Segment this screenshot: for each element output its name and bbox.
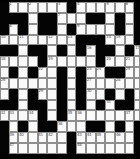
white-cell[interactable] xyxy=(76,56,86,67)
black-cell xyxy=(9,67,19,78)
clue-number: 26 xyxy=(1,78,6,82)
white-cell[interactable] xyxy=(125,35,135,46)
black-cell xyxy=(115,67,125,78)
black-cell xyxy=(76,78,86,89)
black-cell xyxy=(0,45,9,56)
black-cell xyxy=(0,143,9,154)
clue-number: 43 xyxy=(77,133,82,137)
black-cell xyxy=(76,67,86,78)
white-cell[interactable]: 13 xyxy=(67,35,77,46)
white-cell[interactable] xyxy=(28,56,38,67)
white-cell[interactable]: 34 xyxy=(28,110,38,121)
black-cell xyxy=(9,13,19,24)
clue-number: 9 xyxy=(77,24,79,28)
black-cell xyxy=(134,24,139,35)
white-cell[interactable]: 2 xyxy=(28,2,38,13)
white-cell[interactable]: 5 xyxy=(105,2,115,13)
black-cell xyxy=(0,121,9,132)
white-cell[interactable]: 42 xyxy=(47,132,57,143)
clue-number: 25 xyxy=(126,67,131,71)
clue-number: 10 xyxy=(1,35,6,39)
black-cell xyxy=(105,45,115,56)
white-cell[interactable] xyxy=(57,24,67,35)
white-cell[interactable] xyxy=(76,13,86,24)
white-cell[interactable] xyxy=(9,78,19,89)
white-cell[interactable]: 46 xyxy=(115,132,125,143)
white-cell[interactable] xyxy=(86,100,96,111)
white-cell[interactable]: 12 xyxy=(47,35,57,46)
black-cell xyxy=(115,13,125,24)
black-cell xyxy=(115,100,125,111)
black-cell xyxy=(9,89,19,100)
crossword-grid: 1234567891011121314151617181920212223242… xyxy=(0,2,140,154)
white-cell[interactable] xyxy=(134,110,139,121)
clue-number: 1 xyxy=(9,2,11,6)
white-cell[interactable] xyxy=(18,100,28,111)
white-cell[interactable] xyxy=(86,2,96,13)
black-cell xyxy=(86,13,96,24)
black-cell xyxy=(0,132,9,143)
clue-number: 23 xyxy=(87,67,92,71)
clue-number: 41 xyxy=(38,133,43,137)
black-cell xyxy=(57,110,67,121)
white-cell[interactable] xyxy=(18,143,28,154)
white-cell[interactable]: 37 xyxy=(125,110,135,121)
clue-number: 18 xyxy=(1,57,6,61)
black-cell xyxy=(38,110,48,121)
clue-number: 39 xyxy=(9,133,14,137)
clue-number: 48 xyxy=(77,143,82,147)
white-cell[interactable] xyxy=(47,45,57,56)
white-cell[interactable] xyxy=(67,78,77,89)
white-cell[interactable]: 22 xyxy=(38,67,48,78)
white-cell[interactable] xyxy=(134,89,139,100)
black-cell xyxy=(76,45,86,56)
white-cell[interactable] xyxy=(18,89,28,100)
black-cell xyxy=(96,121,106,132)
black-cell xyxy=(96,13,106,24)
white-cell[interactable] xyxy=(105,13,115,24)
white-cell[interactable] xyxy=(125,24,135,35)
white-cell[interactable] xyxy=(28,121,38,132)
clue-number: 42 xyxy=(48,133,53,137)
white-cell[interactable]: 29 xyxy=(38,89,48,100)
clue-number: 14 xyxy=(106,35,111,39)
black-cell xyxy=(134,143,139,154)
black-cell xyxy=(38,24,48,35)
white-cell[interactable] xyxy=(86,143,96,154)
white-cell[interactable]: 38 xyxy=(57,121,67,132)
clue-number: 15 xyxy=(116,35,121,39)
black-cell xyxy=(105,89,115,100)
clue-number: 27 xyxy=(87,78,92,82)
white-cell[interactable] xyxy=(105,78,115,89)
white-cell[interactable]: 19 xyxy=(47,56,57,67)
black-cell xyxy=(76,35,86,46)
clue-number: 29 xyxy=(38,89,43,93)
black-cell xyxy=(115,121,125,132)
clue-number: 33 xyxy=(9,111,14,115)
white-cell[interactable] xyxy=(115,2,125,13)
white-cell[interactable] xyxy=(105,132,115,143)
clue-number: 20 xyxy=(106,57,111,61)
white-cell[interactable]: 41 xyxy=(38,132,48,143)
black-cell xyxy=(86,35,96,46)
white-cell[interactable]: 16 xyxy=(86,45,96,56)
clue-number: 35 xyxy=(67,111,72,115)
black-cell xyxy=(134,13,139,24)
white-cell[interactable] xyxy=(86,110,96,121)
white-cell[interactable] xyxy=(115,89,125,100)
white-cell[interactable] xyxy=(76,121,86,132)
white-cell[interactable] xyxy=(18,67,28,78)
white-cell[interactable] xyxy=(115,56,125,67)
clue-number: 40 xyxy=(19,133,24,137)
black-cell xyxy=(96,100,106,111)
clue-number: 4 xyxy=(77,2,79,6)
black-cell xyxy=(86,121,96,132)
clue-number: 47 xyxy=(9,143,14,147)
black-cell xyxy=(18,121,28,132)
clue-number: 34 xyxy=(29,111,34,115)
black-cell xyxy=(57,89,67,100)
black-cell xyxy=(28,67,38,78)
white-cell[interactable]: 24 xyxy=(96,67,106,78)
black-cell xyxy=(38,121,48,132)
clue-number: 19 xyxy=(48,57,53,61)
white-cell[interactable] xyxy=(18,110,28,121)
white-cell[interactable] xyxy=(96,78,106,89)
clue-number: 11 xyxy=(19,35,24,39)
black-cell xyxy=(38,13,48,24)
clue-number: 45 xyxy=(96,133,101,137)
black-cell xyxy=(57,67,67,78)
white-cell[interactable] xyxy=(67,121,77,132)
white-cell[interactable] xyxy=(0,67,9,78)
white-cell[interactable]: 8 xyxy=(9,24,19,35)
white-cell[interactable] xyxy=(18,56,28,67)
white-cell[interactable] xyxy=(125,132,135,143)
white-cell[interactable] xyxy=(28,13,38,24)
white-cell[interactable] xyxy=(67,67,77,78)
black-cell xyxy=(76,89,86,100)
white-cell[interactable]: 1 xyxy=(9,2,19,13)
black-cell xyxy=(67,143,77,154)
white-cell[interactable] xyxy=(134,67,139,78)
white-cell[interactable] xyxy=(38,78,48,89)
black-cell xyxy=(0,13,9,24)
clue-number: 8 xyxy=(9,24,11,28)
white-cell[interactable]: 47 xyxy=(9,143,19,154)
white-cell[interactable] xyxy=(125,78,135,89)
white-cell[interactable]: 40 xyxy=(18,132,28,143)
black-cell xyxy=(125,100,135,111)
black-cell xyxy=(18,24,28,35)
black-cell xyxy=(47,24,57,35)
white-cell[interactable] xyxy=(28,143,38,154)
white-cell[interactable] xyxy=(9,35,19,46)
clue-number: 21 xyxy=(126,57,131,61)
white-cell[interactable]: 9 xyxy=(76,24,86,35)
clue-number: 31 xyxy=(106,100,111,104)
white-cell[interactable]: 45 xyxy=(96,132,106,143)
white-cell[interactable] xyxy=(67,89,77,100)
black-cell xyxy=(76,100,86,111)
white-cell[interactable] xyxy=(86,56,96,67)
white-cell[interactable] xyxy=(9,56,19,67)
black-cell xyxy=(96,35,106,46)
clue-number: 13 xyxy=(67,35,72,39)
black-cell xyxy=(0,100,9,111)
black-cell xyxy=(47,13,57,24)
white-cell[interactable] xyxy=(47,143,57,154)
white-cell[interactable]: 32 xyxy=(0,110,9,121)
white-cell[interactable] xyxy=(67,100,77,111)
black-cell xyxy=(38,56,48,67)
white-cell[interactable] xyxy=(28,24,38,35)
clue-number: 24 xyxy=(96,67,101,71)
white-cell[interactable] xyxy=(105,24,115,35)
clue-number: 37 xyxy=(126,111,131,115)
white-cell[interactable] xyxy=(47,67,57,78)
clue-number: 7 xyxy=(58,13,60,17)
clue-number: 36 xyxy=(77,111,82,115)
white-cell[interactable]: 25 xyxy=(125,67,135,78)
black-cell xyxy=(67,24,77,35)
black-cell xyxy=(67,2,77,13)
black-cell xyxy=(115,24,125,35)
white-cell[interactable] xyxy=(96,110,106,121)
white-cell[interactable] xyxy=(47,78,57,89)
black-cell xyxy=(57,78,67,89)
white-cell[interactable] xyxy=(67,13,77,24)
white-cell[interactable] xyxy=(67,56,77,67)
clue-number: 46 xyxy=(116,133,121,137)
white-cell[interactable] xyxy=(105,110,115,121)
white-cell[interactable]: 20 xyxy=(105,56,115,67)
white-cell[interactable] xyxy=(57,132,67,143)
white-cell[interactable]: 36 xyxy=(76,110,86,121)
white-cell[interactable]: 17 xyxy=(134,45,139,56)
clue-number: 28 xyxy=(116,78,121,82)
white-cell[interactable]: 4 xyxy=(76,2,86,13)
white-cell[interactable]: 31 xyxy=(105,100,115,111)
black-cell xyxy=(28,100,38,111)
black-cell xyxy=(0,24,9,35)
white-cell[interactable]: 27 xyxy=(86,78,96,89)
white-cell[interactable]: 35 xyxy=(67,110,77,121)
white-cell[interactable]: 14 xyxy=(105,35,115,46)
clue-number: 5 xyxy=(106,2,108,6)
white-cell[interactable] xyxy=(134,78,139,89)
clue-number: 12 xyxy=(48,35,53,39)
white-cell[interactable] xyxy=(38,143,48,154)
black-cell xyxy=(134,35,139,46)
white-cell[interactable] xyxy=(125,143,135,154)
white-cell[interactable] xyxy=(47,89,57,100)
white-cell[interactable] xyxy=(67,45,77,56)
white-cell[interactable]: 39 xyxy=(9,132,19,143)
white-cell[interactable] xyxy=(18,78,28,89)
white-cell[interactable] xyxy=(28,132,38,143)
clue-number: 44 xyxy=(87,133,92,137)
white-cell[interactable]: 7 xyxy=(57,13,67,24)
white-cell[interactable]: 18 xyxy=(0,56,9,67)
black-cell xyxy=(134,132,139,143)
black-cell xyxy=(96,56,106,67)
white-cell[interactable]: 6 xyxy=(125,2,135,13)
white-cell[interactable] xyxy=(96,24,106,35)
black-cell xyxy=(96,45,106,56)
white-cell[interactable]: 11 xyxy=(18,35,28,46)
black-cell xyxy=(38,45,48,56)
clue-number: 16 xyxy=(87,46,92,50)
black-cell xyxy=(9,100,19,111)
white-cell[interactable]: 28 xyxy=(115,78,125,89)
black-cell xyxy=(0,2,9,13)
white-cell[interactable] xyxy=(18,45,28,56)
white-cell[interactable] xyxy=(115,110,125,121)
black-cell xyxy=(18,13,28,24)
white-cell[interactable] xyxy=(96,143,106,154)
black-cell xyxy=(125,45,135,56)
clue-number: 32 xyxy=(1,111,6,115)
black-cell xyxy=(28,89,38,100)
black-cell xyxy=(9,45,19,56)
white-cell[interactable] xyxy=(38,2,48,13)
clue-number: 6 xyxy=(126,2,128,6)
white-cell[interactable]: 44 xyxy=(86,132,96,143)
white-cell[interactable] xyxy=(57,56,67,67)
white-cell[interactable] xyxy=(47,2,57,13)
white-cell[interactable] xyxy=(125,121,135,132)
white-cell[interactable]: 33 xyxy=(9,110,19,121)
white-cell[interactable] xyxy=(134,56,139,67)
white-cell[interactable] xyxy=(134,100,139,111)
black-cell xyxy=(105,67,115,78)
white-cell[interactable] xyxy=(96,89,106,100)
black-cell xyxy=(28,45,38,56)
clue-number: 22 xyxy=(38,67,43,71)
white-cell[interactable] xyxy=(28,78,38,89)
white-cell[interactable] xyxy=(0,89,9,100)
white-cell[interactable]: 3 xyxy=(57,2,67,13)
black-cell xyxy=(125,89,135,100)
white-cell[interactable] xyxy=(115,45,125,56)
white-cell[interactable] xyxy=(86,24,96,35)
clue-number: 17 xyxy=(135,46,140,50)
white-cell[interactable]: 15 xyxy=(115,35,125,46)
white-cell[interactable]: 26 xyxy=(0,78,9,89)
clue-number: 30 xyxy=(87,89,92,93)
clue-number: 38 xyxy=(58,122,63,126)
white-cell[interactable]: 23 xyxy=(86,67,96,78)
black-cell xyxy=(134,2,139,13)
crossword-puzzle: 1234567891011121314151617181920212223242… xyxy=(0,0,140,159)
clue-number: 2 xyxy=(29,2,31,6)
white-cell[interactable] xyxy=(9,121,19,132)
white-cell[interactable] xyxy=(57,143,67,154)
white-cell[interactable] xyxy=(18,2,28,13)
white-cell[interactable]: 43 xyxy=(76,132,86,143)
white-cell[interactable] xyxy=(57,35,67,46)
black-cell xyxy=(57,45,67,56)
white-cell[interactable] xyxy=(115,143,125,154)
white-cell[interactable] xyxy=(96,2,106,13)
white-cell[interactable]: 10 xyxy=(0,35,9,46)
white-cell[interactable]: 21 xyxy=(125,56,135,67)
clue-number: 3 xyxy=(58,2,60,6)
white-cell[interactable] xyxy=(125,13,135,24)
black-cell xyxy=(57,100,67,111)
white-cell[interactable]: 30 xyxy=(86,89,96,100)
white-cell[interactable]: 48 xyxy=(76,143,86,154)
black-cell xyxy=(67,132,77,143)
black-cell xyxy=(47,121,57,132)
black-cell xyxy=(134,121,139,132)
white-cell[interactable] xyxy=(105,121,115,132)
black-cell xyxy=(38,100,48,111)
white-cell[interactable] xyxy=(38,35,48,46)
white-cell[interactable] xyxy=(28,35,38,46)
white-cell[interactable] xyxy=(105,143,115,154)
white-cell[interactable] xyxy=(47,110,57,121)
white-cell[interactable] xyxy=(47,100,57,111)
